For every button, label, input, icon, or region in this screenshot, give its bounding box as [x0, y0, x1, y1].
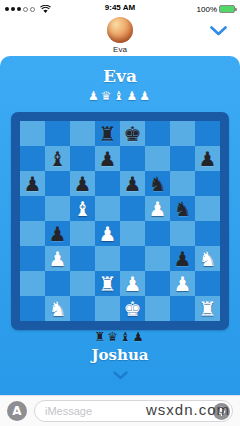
square-c3[interactable] — [70, 246, 95, 271]
square-e6[interactable]: ♟ — [120, 171, 145, 196]
square-d8[interactable]: ♜ — [95, 121, 120, 146]
square-d3[interactable] — [95, 246, 120, 271]
white-bishop: ♝ — [74, 199, 92, 219]
square-e3[interactable] — [120, 246, 145, 271]
square-b8[interactable] — [45, 121, 70, 146]
square-d2[interactable]: ♜ — [95, 271, 120, 296]
square-b6[interactable] — [45, 171, 70, 196]
square-h4[interactable] — [195, 221, 220, 246]
square-b3[interactable]: ♟ — [45, 246, 70, 271]
imessage-apps-icon[interactable]: A — [7, 401, 27, 421]
square-c1[interactable] — [70, 296, 95, 321]
square-e4[interactable] — [120, 221, 145, 246]
square-g7[interactable] — [170, 146, 195, 171]
square-e8[interactable]: ♚ — [120, 121, 145, 146]
white-knight: ♞ — [199, 249, 217, 269]
white-rook: ♜ — [99, 274, 117, 294]
collapse-chevron-icon[interactable] — [210, 26, 227, 36]
white-pawn: ♟ — [99, 224, 117, 244]
chess-board: ♜♚♝♟♟♟♟♟♞♝♟♞♟♟♟♟♞♜♟♟♞♚♜ — [20, 121, 220, 321]
square-g1[interactable] — [170, 296, 195, 321]
black-knight: ♞ — [149, 174, 167, 194]
square-d4[interactable]: ♟ — [95, 221, 120, 246]
square-a7[interactable] — [20, 146, 45, 171]
player-name: Joshua — [0, 346, 240, 364]
square-a6[interactable]: ♟ — [20, 171, 45, 196]
status-bar: 9:45 AM 100% — [0, 0, 240, 16]
square-h2[interactable] — [195, 271, 220, 296]
square-c7[interactable] — [70, 146, 95, 171]
captured-white-pawn: ♟ — [88, 89, 101, 103]
square-b5[interactable] — [45, 196, 70, 221]
message-input-placeholder: iMessage — [45, 405, 92, 417]
white-rook: ♜ — [199, 299, 217, 319]
chess-imessage-app: Eva ♟♛♝♟♟ ♜♚♝♟♟♟♟♟♞♝♟♞♟♟♟♟♞♜♟♟♞♚♜ ♜♛♝♟ J… — [0, 56, 240, 395]
contact-avatar[interactable] — [107, 17, 133, 43]
black-knight: ♞ — [174, 199, 192, 219]
square-f1[interactable] — [145, 296, 170, 321]
square-g3[interactable]: ♟ — [170, 246, 195, 271]
white-knight: ♞ — [49, 299, 67, 319]
white-pawn: ♟ — [49, 249, 67, 269]
square-g4[interactable] — [170, 221, 195, 246]
black-pawn: ♟ — [24, 174, 42, 194]
black-rook: ♜ — [99, 124, 117, 144]
captured-black-queen: ♛ — [107, 330, 120, 344]
drawer-collapse-chevron-icon[interactable] — [113, 371, 128, 380]
square-e7[interactable] — [120, 146, 145, 171]
captured-white-queen: ♛ — [101, 89, 114, 103]
captured-black-pawn: ♟ — [133, 330, 146, 344]
captured-black-rook: ♜ — [94, 330, 107, 344]
battery-icon — [219, 5, 235, 13]
square-e1[interactable]: ♚ — [120, 296, 145, 321]
square-h1[interactable]: ♜ — [195, 296, 220, 321]
square-a5[interactable] — [20, 196, 45, 221]
square-g6[interactable] — [170, 171, 195, 196]
white-pawn: ♟ — [174, 274, 192, 294]
captured-white-pawn: ♟ — [126, 89, 139, 103]
square-e5[interactable] — [120, 196, 145, 221]
square-f8[interactable] — [145, 121, 170, 146]
square-g2[interactable]: ♟ — [170, 271, 195, 296]
captured-white-pawn: ♟ — [139, 89, 152, 103]
board-frame: ♜♚♝♟♟♟♟♟♞♝♟♞♟♟♟♟♞♜♟♟♞♚♜ — [11, 112, 229, 330]
square-c8[interactable] — [70, 121, 95, 146]
square-f3[interactable] — [145, 246, 170, 271]
square-g5[interactable]: ♞ — [170, 196, 195, 221]
captured-black-bishop: ♝ — [120, 330, 133, 344]
square-b2[interactable] — [45, 271, 70, 296]
square-f6[interactable]: ♞ — [145, 171, 170, 196]
black-pawn: ♟ — [174, 249, 192, 269]
captured-black-pieces-row: ♜♛♝♟ — [0, 330, 240, 344]
square-f5[interactable]: ♟ — [145, 196, 170, 221]
square-e2[interactable]: ♟ — [120, 271, 145, 296]
square-f4[interactable] — [145, 221, 170, 246]
square-d5[interactable] — [95, 196, 120, 221]
captured-white-pieces-row: ♟♛♝♟♟ — [0, 88, 240, 104]
square-a2[interactable] — [20, 271, 45, 296]
square-f2[interactable] — [145, 271, 170, 296]
square-a8[interactable] — [20, 121, 45, 146]
square-d1[interactable] — [95, 296, 120, 321]
square-c4[interactable] — [70, 221, 95, 246]
square-b1[interactable]: ♞ — [45, 296, 70, 321]
contact-name: Eva — [0, 45, 240, 54]
black-pawn: ♟ — [74, 174, 92, 194]
square-b7[interactable]: ♝ — [45, 146, 70, 171]
square-c2[interactable] — [70, 271, 95, 296]
black-pawn: ♟ — [99, 149, 117, 169]
square-h3[interactable]: ♞ — [195, 246, 220, 271]
square-d7[interactable]: ♟ — [95, 146, 120, 171]
square-d6[interactable] — [95, 171, 120, 196]
watermark: wsxdn.com — [146, 401, 230, 418]
square-c5[interactable]: ♝ — [70, 196, 95, 221]
white-pawn: ♟ — [124, 274, 142, 294]
square-a3[interactable] — [20, 246, 45, 271]
square-a4[interactable] — [20, 221, 45, 246]
black-pawn: ♟ — [199, 149, 217, 169]
black-bishop: ♝ — [49, 149, 67, 169]
square-h7[interactable]: ♟ — [195, 146, 220, 171]
black-pawn: ♟ — [49, 224, 67, 244]
opponent-name: Eva — [0, 56, 240, 88]
captured-white-bishop: ♝ — [114, 89, 127, 103]
square-h8[interactable] — [195, 121, 220, 146]
white-king: ♚ — [124, 299, 142, 319]
square-c6[interactable]: ♟ — [70, 171, 95, 196]
status-time: 9:45 AM — [0, 3, 240, 12]
white-pawn: ♟ — [149, 199, 167, 219]
square-a1[interactable] — [20, 296, 45, 321]
square-h6[interactable] — [195, 171, 220, 196]
square-g8[interactable] — [170, 121, 195, 146]
black-king: ♚ — [124, 124, 142, 144]
black-pawn: ♟ — [124, 174, 142, 194]
square-f7[interactable] — [145, 146, 170, 171]
conversation-header: Eva — [0, 17, 240, 59]
square-b4[interactable]: ♟ — [45, 221, 70, 246]
square-h5[interactable] — [195, 196, 220, 221]
